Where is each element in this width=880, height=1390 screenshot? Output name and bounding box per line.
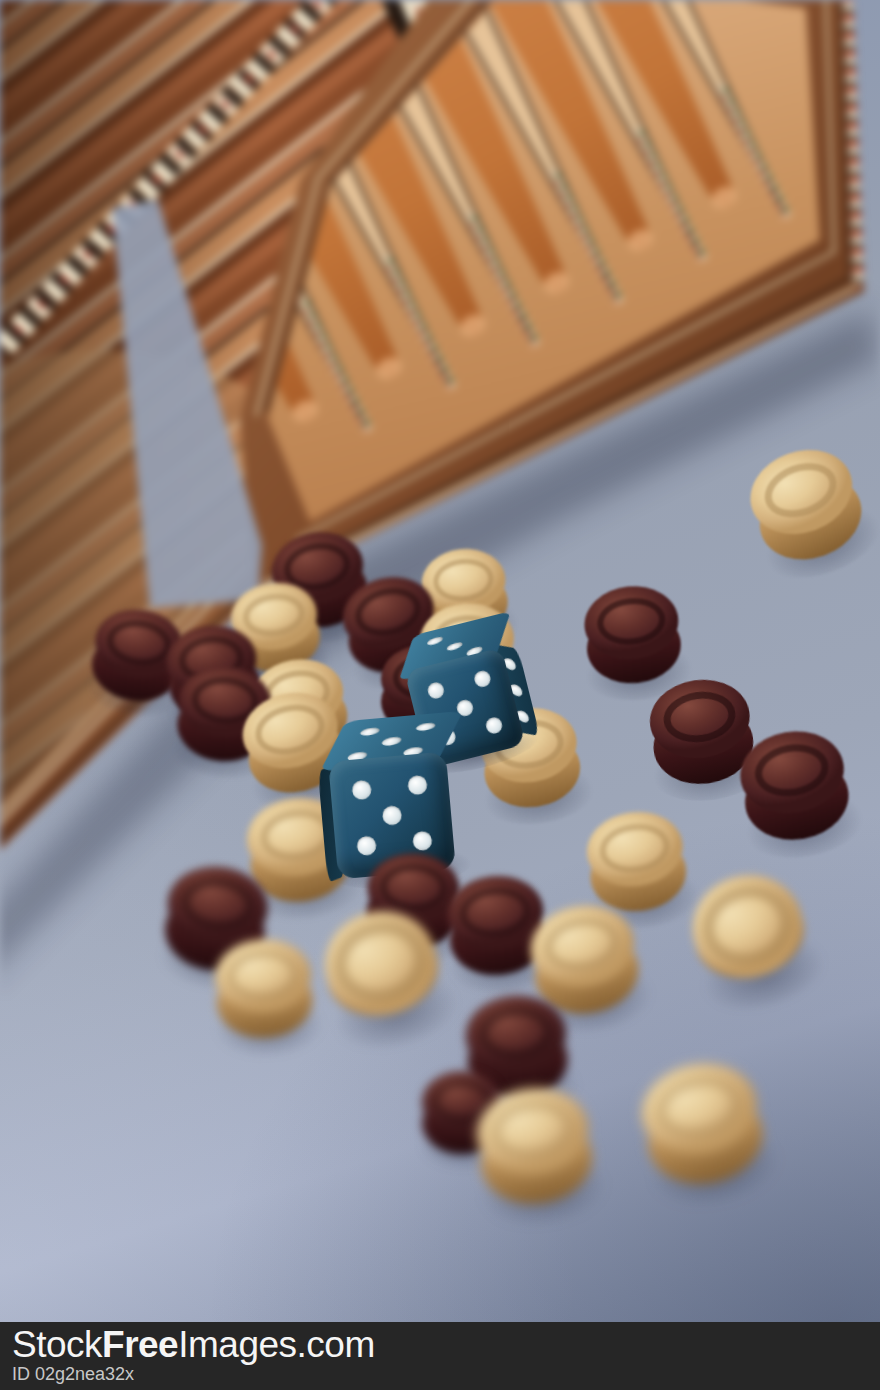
watermark-site-name: StockFreeImages.com — [12, 1326, 880, 1364]
die-pip — [380, 737, 403, 747]
die-pip — [412, 831, 432, 851]
die-pip — [382, 805, 402, 825]
die-pip — [358, 727, 381, 737]
checker-light[interactable] — [471, 1081, 599, 1219]
checker-light[interactable] — [212, 936, 315, 1048]
die-pip — [426, 635, 444, 646]
die-pip — [351, 779, 371, 799]
watermark-image-id: ID 02g2nea32x — [12, 1364, 880, 1384]
die-pip — [484, 716, 503, 735]
die-pip — [414, 722, 437, 732]
die-pip — [473, 669, 492, 688]
checker-light[interactable] — [633, 1053, 773, 1202]
photo-backdrop — [0, 0, 880, 1322]
die-pip — [408, 775, 428, 795]
die-pip — [446, 641, 464, 652]
checker-dark[interactable] — [581, 582, 685, 695]
die-pip — [426, 681, 445, 700]
stage: StockFreeImages.com ID 02g2nea32x — [0, 0, 880, 1390]
checker-dark[interactable] — [734, 723, 856, 854]
watermark-bar: StockFreeImages.com ID 02g2nea32x — [0, 1322, 880, 1390]
